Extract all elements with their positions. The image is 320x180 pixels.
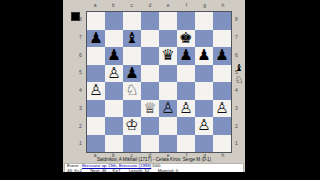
- square-f6[interactable]: ♟: [177, 47, 195, 65]
- black-bishop-icon: ♝: [233, 62, 245, 74]
- square-a5[interactable]: [87, 65, 105, 83]
- square-g5[interactable]: [195, 65, 213, 83]
- square-d6[interactable]: [141, 47, 159, 65]
- black-piece-p: ♟: [213, 47, 231, 65]
- square-b7[interactable]: [105, 30, 123, 48]
- square-g7[interactable]: [195, 30, 213, 48]
- board: ♟♝♚♟♛♟♟♟♙♟♙♘♕♙♙♙♔♙: [86, 11, 232, 153]
- square-g2[interactable]: ♙: [195, 117, 213, 135]
- square-a4[interactable]: ♙: [87, 82, 105, 100]
- black-piece-p: ♟: [195, 47, 213, 65]
- square-g8[interactable]: [195, 12, 213, 30]
- white-piece-p: ♙: [159, 100, 177, 118]
- coord-label: 7: [76, 29, 85, 47]
- coord-label: 7: [232, 29, 241, 47]
- coord-label: c: [123, 2, 141, 8]
- material-tray: ♝ ♘: [233, 62, 245, 86]
- move-info-line: 46: Kc2 Next: 46 ... Ke7 Length: 52 Mate…: [67, 169, 243, 174]
- coord-label: 1: [232, 135, 241, 153]
- black-to-move-indicator: [71, 12, 80, 21]
- square-d5[interactable]: [141, 65, 159, 83]
- square-a7[interactable]: ♟: [87, 30, 105, 48]
- square-b1[interactable]: [105, 135, 123, 153]
- square-e7[interactable]: [159, 30, 177, 48]
- square-a2[interactable]: [87, 117, 105, 135]
- square-e5[interactable]: [159, 65, 177, 83]
- material-balance: Material: 0: [158, 169, 179, 174]
- square-a1[interactable]: [87, 135, 105, 153]
- white-piece-k: ♔: [123, 117, 141, 135]
- square-a8[interactable]: [87, 12, 105, 30]
- square-g3[interactable]: [195, 100, 213, 118]
- coord-label: 2: [76, 118, 85, 136]
- square-f7[interactable]: ♚: [177, 30, 195, 48]
- caption-box: Event : Bressuire op 19th, Bressuire (19…: [64, 163, 244, 172]
- game-length: Length: 52: [129, 169, 150, 174]
- coord-label: 1: [76, 135, 85, 153]
- square-c7[interactable]: ♝: [123, 30, 141, 48]
- square-f4[interactable]: [177, 82, 195, 100]
- square-e6[interactable]: ♛: [159, 47, 177, 65]
- square-b5[interactable]: ♙: [105, 65, 123, 83]
- square-h2[interactable]: [213, 117, 231, 135]
- square-f3[interactable]: ♙: [177, 100, 195, 118]
- square-c5[interactable]: ♟: [123, 65, 141, 83]
- square-h7[interactable]: [213, 30, 231, 48]
- white-piece-n: ♘: [123, 82, 141, 100]
- square-c3[interactable]: [123, 100, 141, 118]
- coord-label: 5: [76, 64, 85, 82]
- black-piece-q: ♛: [159, 47, 177, 65]
- black-piece-p: ♟: [87, 30, 105, 48]
- file-labels-top: abcdefgh: [86, 2, 232, 8]
- square-e3[interactable]: ♙: [159, 100, 177, 118]
- square-h6[interactable]: ♟: [213, 47, 231, 65]
- square-c8[interactable]: [123, 12, 141, 30]
- next-move: Next: 46 ... Ke7: [90, 169, 120, 174]
- square-c1[interactable]: [123, 135, 141, 153]
- square-b2[interactable]: [105, 117, 123, 135]
- coord-label: g: [196, 2, 214, 8]
- coord-label: 6: [76, 47, 85, 65]
- square-g1[interactable]: [195, 135, 213, 153]
- white-piece-p: ♙: [195, 117, 213, 135]
- square-d3[interactable]: ♕: [141, 100, 159, 118]
- coord-label: f: [177, 2, 195, 8]
- square-e8[interactable]: [159, 12, 177, 30]
- square-f8[interactable]: [177, 12, 195, 30]
- black-piece-p: ♟: [105, 47, 123, 65]
- coord-label: 3: [232, 100, 241, 118]
- white-piece-p: ♙: [213, 100, 231, 118]
- square-d1[interactable]: [141, 135, 159, 153]
- coord-label: b: [104, 2, 122, 8]
- square-f1[interactable]: [177, 135, 195, 153]
- black-piece-p: ♟: [177, 47, 195, 65]
- square-e4[interactable]: [159, 82, 177, 100]
- square-e1[interactable]: [159, 135, 177, 153]
- white-piece-q: ♕: [141, 100, 159, 118]
- square-b8[interactable]: [105, 12, 123, 30]
- video-frame: abcdefgh abcdefgh 87654321 87654321 ♟♝♚♟…: [0, 0, 320, 180]
- square-h8[interactable]: [213, 12, 231, 30]
- square-h3[interactable]: ♙: [213, 100, 231, 118]
- square-e2[interactable]: [159, 117, 177, 135]
- square-d8[interactable]: [141, 12, 159, 30]
- white-knight-icon: ♘: [233, 74, 245, 86]
- square-h5[interactable]: [213, 65, 231, 83]
- last-move: 46: Kc2: [67, 169, 82, 174]
- coord-label: 3: [76, 100, 85, 118]
- square-d4[interactable]: [141, 82, 159, 100]
- coord-label: d: [141, 2, 159, 8]
- square-c2[interactable]: ♔: [123, 117, 141, 135]
- square-d2[interactable]: [141, 117, 159, 135]
- square-b6[interactable]: ♟: [105, 47, 123, 65]
- square-b3[interactable]: [105, 100, 123, 118]
- square-c6[interactable]: [123, 47, 141, 65]
- square-a6[interactable]: [87, 47, 105, 65]
- white-piece-p: ♙: [87, 82, 105, 100]
- black-piece-p: ♟: [123, 65, 141, 83]
- square-h4[interactable]: [213, 82, 231, 100]
- square-c4[interactable]: ♘: [123, 82, 141, 100]
- coord-label: e: [159, 2, 177, 8]
- square-a3[interactable]: [87, 100, 105, 118]
- coord-label: 2: [232, 118, 241, 136]
- square-g6[interactable]: ♟: [195, 47, 213, 65]
- white-piece-p: ♙: [105, 65, 123, 83]
- square-f5[interactable]: [177, 65, 195, 83]
- white-piece-p: ♙: [177, 100, 195, 118]
- coord-label: 8: [232, 11, 241, 29]
- black-piece-b: ♝: [123, 30, 141, 48]
- coord-label: h: [214, 2, 232, 8]
- diagram-area: abcdefgh abcdefgh 87654321 87654321 ♟♝♚♟…: [63, 0, 245, 172]
- square-d7[interactable]: [141, 30, 159, 48]
- black-piece-k: ♚: [177, 30, 195, 48]
- rank-labels-left: 87654321: [76, 11, 85, 153]
- square-b4[interactable]: [105, 82, 123, 100]
- square-h1[interactable]: [213, 135, 231, 153]
- coord-label: a: [86, 2, 104, 8]
- square-f2[interactable]: [177, 117, 195, 135]
- coord-label: 4: [76, 82, 85, 100]
- square-g4[interactable]: [195, 82, 213, 100]
